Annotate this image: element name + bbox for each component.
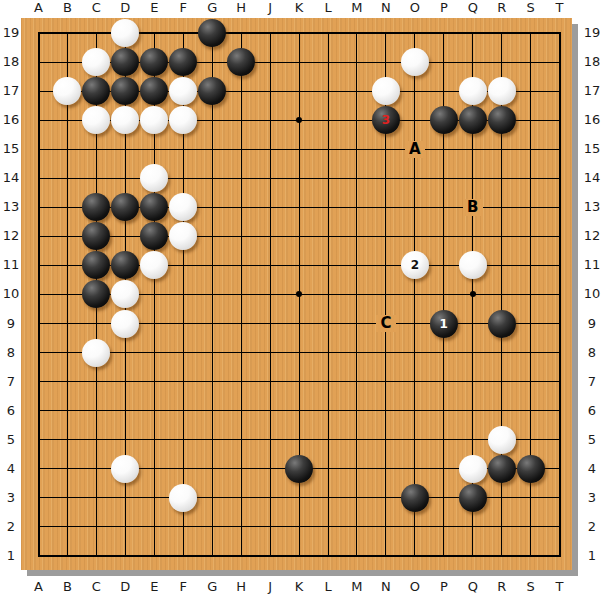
grid-line-horizontal	[38, 555, 561, 557]
coordinate-label-right: 6	[579, 403, 604, 419]
black-stone[interactable]	[82, 280, 110, 308]
coordinate-label-left: 1	[0, 548, 24, 564]
variation-letter-marker[interactable]: A	[405, 141, 425, 158]
move-number-label: 2	[401, 251, 429, 279]
coordinate-label-right: 8	[579, 345, 604, 361]
coordinate-label-left: 9	[0, 316, 24, 332]
coordinate-label-right: 5	[579, 432, 604, 448]
coordinate-label-top: K	[286, 0, 312, 16]
star-point	[470, 291, 476, 297]
coordinate-label-bottom: L	[315, 579, 341, 595]
coordinate-label-right: 16	[579, 112, 604, 128]
white-stone[interactable]	[169, 193, 197, 221]
white-stone[interactable]	[401, 48, 429, 76]
coordinate-label-bottom: K	[286, 579, 312, 595]
white-stone[interactable]	[488, 77, 516, 105]
black-stone[interactable]	[488, 455, 516, 483]
white-stone[interactable]	[140, 106, 168, 134]
coordinate-label-top: C	[83, 0, 109, 16]
coordinate-label-left: 11	[0, 257, 24, 273]
coordinate-label-bottom: H	[228, 579, 254, 595]
coordinate-label-bottom: B	[54, 579, 80, 595]
white-stone[interactable]	[53, 77, 81, 105]
coordinate-label-right: 12	[579, 228, 604, 244]
coordinate-label-left: 12	[0, 228, 24, 244]
coordinate-label-left: 4	[0, 461, 24, 477]
black-stone[interactable]	[82, 222, 110, 250]
coordinate-label-bottom: P	[431, 579, 457, 595]
coordinate-label-bottom: R	[489, 579, 515, 595]
white-stone[interactable]	[488, 426, 516, 454]
grid-line-horizontal	[38, 410, 561, 411]
black-stone[interactable]	[169, 48, 197, 76]
coordinate-label-right: 10	[579, 286, 604, 302]
coordinate-label-left: 8	[0, 345, 24, 361]
grid-line-horizontal	[38, 439, 561, 440]
black-stone[interactable]	[82, 193, 110, 221]
white-stone[interactable]	[169, 222, 197, 250]
black-stone[interactable]	[227, 48, 255, 76]
coordinate-label-left: 18	[0, 54, 24, 70]
coordinate-label-top: T	[547, 0, 573, 16]
black-stone[interactable]	[82, 77, 110, 105]
white-stone[interactable]	[459, 77, 487, 105]
coordinate-label-right: 2	[579, 519, 604, 535]
grid-line-vertical	[328, 32, 329, 557]
coordinate-label-left: 17	[0, 83, 24, 99]
coordinate-label-top: A	[26, 0, 52, 16]
white-stone[interactable]	[372, 77, 400, 105]
grid-line-vertical	[356, 32, 357, 557]
coordinate-label-left: 19	[0, 25, 24, 41]
coordinate-label-right: 19	[579, 25, 604, 41]
coordinate-label-top: J	[257, 0, 283, 16]
coordinate-label-left: 6	[0, 403, 24, 419]
coordinate-label-right: 14	[579, 170, 604, 186]
go-diagram-page: 321ABC AABBCCDDEEFFGGHHJJKKLLMMNNOOPPQQR…	[0, 0, 604, 598]
coordinate-label-bottom: O	[402, 579, 428, 595]
black-stone[interactable]	[401, 484, 429, 512]
coordinate-label-top: E	[141, 0, 167, 16]
white-stone[interactable]	[111, 455, 139, 483]
star-point	[296, 291, 302, 297]
coordinate-label-top: Q	[460, 0, 486, 16]
coordinate-label-left: 15	[0, 141, 24, 157]
coordinate-label-bottom: N	[373, 579, 399, 595]
coordinate-label-left: 16	[0, 112, 24, 128]
black-stone[interactable]	[459, 106, 487, 134]
move-number-label: 1	[430, 310, 458, 338]
white-stone[interactable]	[82, 48, 110, 76]
white-stone[interactable]	[169, 77, 197, 105]
coordinate-label-right: 4	[579, 461, 604, 477]
black-stone[interactable]	[111, 48, 139, 76]
coordinate-label-right: 17	[579, 83, 604, 99]
white-stone[interactable]	[111, 310, 139, 338]
coordinate-label-right: 13	[579, 199, 604, 215]
white-stone[interactable]	[169, 484, 197, 512]
coordinate-label-left: 7	[0, 374, 24, 390]
white-stone[interactable]	[82, 106, 110, 134]
white-stone[interactable]	[140, 164, 168, 192]
coordinate-label-bottom: A	[26, 579, 52, 595]
coordinate-label-top: L	[315, 0, 341, 16]
coordinate-label-left: 13	[0, 199, 24, 215]
black-stone[interactable]	[285, 455, 313, 483]
black-stone[interactable]	[488, 106, 516, 134]
white-stone[interactable]: 2	[401, 251, 429, 279]
coordinate-label-top: G	[199, 0, 225, 16]
black-stone[interactable]: 3	[372, 106, 400, 134]
white-stone[interactable]	[140, 251, 168, 279]
star-point	[296, 117, 302, 123]
coordinate-label-bottom: E	[141, 579, 167, 595]
grid-line-horizontal	[38, 526, 561, 527]
coordinate-label-top: S	[518, 0, 544, 16]
grid-line-horizontal	[38, 352, 561, 353]
coordinate-label-bottom: T	[547, 579, 573, 595]
black-stone[interactable]	[488, 310, 516, 338]
coordinate-label-left: 3	[0, 490, 24, 506]
black-stone[interactable]	[430, 106, 458, 134]
coordinate-label-left: 14	[0, 170, 24, 186]
grid-line-horizontal	[38, 381, 561, 382]
coordinate-label-left: 2	[0, 519, 24, 535]
black-stone[interactable]	[140, 77, 168, 105]
coordinate-label-left: 5	[0, 432, 24, 448]
coordinate-label-right: 15	[579, 141, 604, 157]
coordinate-label-bottom: G	[199, 579, 225, 595]
coordinate-label-top: R	[489, 0, 515, 16]
coordinate-label-bottom: M	[344, 579, 370, 595]
coordinate-label-right: 1	[579, 548, 604, 564]
black-stone[interactable]	[111, 251, 139, 279]
coordinate-label-left: 10	[0, 286, 24, 302]
coordinate-label-right: 18	[579, 54, 604, 70]
white-stone[interactable]	[459, 455, 487, 483]
go-board[interactable]: 321ABC	[21, 18, 572, 570]
black-stone[interactable]	[140, 222, 168, 250]
variation-letter-marker[interactable]: B	[463, 199, 483, 216]
grid-line-vertical	[559, 32, 561, 557]
coordinate-label-bottom: J	[257, 579, 283, 595]
coordinate-label-top: D	[112, 0, 138, 16]
coordinate-label-top: F	[170, 0, 196, 16]
black-stone[interactable]	[140, 48, 168, 76]
black-stone[interactable]	[111, 193, 139, 221]
coordinate-label-top: M	[344, 0, 370, 16]
variation-letter-marker[interactable]: C	[376, 315, 396, 332]
coordinate-label-bottom: C	[83, 579, 109, 595]
coordinate-label-bottom: Q	[460, 579, 486, 595]
coordinate-label-top: B	[54, 0, 80, 16]
white-stone[interactable]	[169, 106, 197, 134]
black-stone[interactable]	[517, 455, 545, 483]
coordinate-label-right: 7	[579, 374, 604, 390]
coordinate-label-bottom: F	[170, 579, 196, 595]
coordinate-label-bottom: D	[112, 579, 138, 595]
black-stone[interactable]: 1	[430, 310, 458, 338]
black-stone[interactable]	[140, 193, 168, 221]
black-stone[interactable]	[82, 251, 110, 279]
black-stone[interactable]	[198, 77, 226, 105]
coordinate-label-bottom: S	[518, 579, 544, 595]
white-stone[interactable]	[82, 339, 110, 367]
coordinate-label-right: 3	[579, 490, 604, 506]
coordinate-label-right: 11	[579, 257, 604, 273]
black-stone[interactable]	[459, 484, 487, 512]
coordinate-label-top: P	[431, 0, 457, 16]
black-stone[interactable]	[198, 19, 226, 47]
coordinate-label-top: O	[402, 0, 428, 16]
white-stone[interactable]	[111, 19, 139, 47]
white-stone[interactable]	[111, 106, 139, 134]
move-number-label: 3	[372, 106, 400, 134]
black-stone[interactable]	[111, 77, 139, 105]
coordinate-label-right: 9	[579, 316, 604, 332]
grid-line-vertical	[414, 32, 415, 557]
coordinate-label-top: H	[228, 0, 254, 16]
white-stone[interactable]	[459, 251, 487, 279]
coordinate-label-top: N	[373, 0, 399, 16]
white-stone[interactable]	[111, 280, 139, 308]
